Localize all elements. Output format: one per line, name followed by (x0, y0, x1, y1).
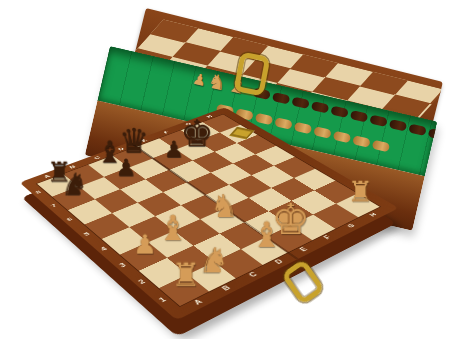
stored-pawn-glyph: ♟ (191, 72, 207, 90)
file-label-bottom-D: D (274, 259, 285, 266)
file-label-bottom-E: E (299, 246, 309, 252)
pawn-glyph: ♟ (157, 138, 191, 161)
rank-label-left-4: 4 (100, 246, 109, 252)
file-label-bottom-F: F (323, 235, 333, 241)
file-label-bottom-G: G (346, 223, 357, 229)
rook-glyph: ♜ (165, 259, 207, 292)
pawn-glyph: ♟ (108, 156, 143, 179)
rank-label-left-6: 6 (66, 217, 74, 222)
file-label-bottom-C: C (248, 271, 259, 278)
file-label-bottom-A: A (193, 299, 204, 307)
stored-knight-glyph: ♞ (206, 70, 228, 94)
bishop-glyph: ♝ (246, 217, 286, 252)
chess-set-photo: ♟♞♝ ♜♝♛♞♟♟♚♟♝♞♜♞♝♚♜ AABBCCDDEEFFGGHH1234… (0, 0, 450, 339)
rank-label-left-7: 7 (50, 203, 58, 208)
knight-glyph: ♞ (205, 191, 243, 222)
square-c7: ♟ (104, 167, 145, 189)
rank-label-left-5: 5 (82, 231, 91, 237)
pawn-glyph: ♟ (125, 231, 165, 258)
rank-label-left-2: 2 (138, 279, 147, 286)
rank-label-left-1: 1 (158, 297, 168, 304)
file-label-bottom-B: B (221, 285, 232, 292)
rank-label-left-8: 8 (35, 190, 43, 195)
rook-glyph: ♜ (341, 178, 378, 207)
knight-glyph: ♞ (57, 169, 93, 199)
square-a3: ♟ (120, 242, 167, 270)
file-label-bottom-H: H (368, 212, 378, 218)
rank-label-left-3: 3 (118, 262, 127, 268)
